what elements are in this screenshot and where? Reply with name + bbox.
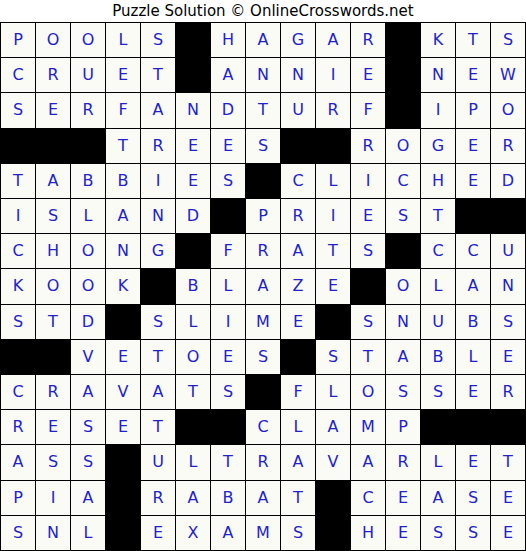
letter-cell-r3c14: P (456, 93, 490, 127)
letter-cell-r15c6: X (176, 516, 210, 550)
letter-cell-r6c12: S (386, 199, 420, 233)
letter-cell-r12c12: P (386, 410, 420, 444)
block-cell-r12c15 (491, 410, 525, 444)
letter-cell-r10c6: O (176, 340, 210, 374)
letter-cell-r12c4: E (106, 410, 140, 444)
letter-cell-r10c13: B (421, 340, 455, 374)
block-cell-r10c2 (36, 340, 70, 374)
letter-cell-r11c13: S (421, 375, 455, 409)
letter-cell-r1c11: R (351, 23, 385, 57)
letter-cell-r14c15: E (491, 481, 525, 515)
letter-cell-r10c11: T (351, 340, 385, 374)
letter-cell-r10c8: S (246, 340, 280, 374)
letter-cell-r7c10: T (316, 234, 350, 268)
letter-cell-r7c8: R (246, 234, 280, 268)
letter-cell-r8c1: K (1, 269, 35, 303)
letter-cell-r15c3: L (71, 516, 105, 550)
letter-cell-r12c8: C (246, 410, 280, 444)
letter-cell-r3c10: R (316, 93, 350, 127)
letter-cell-r14c7: B (211, 481, 245, 515)
block-cell-r1c12 (386, 23, 420, 57)
letter-cell-r8c3: O (71, 269, 105, 303)
letter-cell-r5c10: L (316, 164, 350, 198)
letter-cell-r15c5: E (141, 516, 175, 550)
letter-cell-r3c1: S (1, 93, 35, 127)
letter-cell-r4c4: T (106, 129, 140, 163)
letter-cell-r8c10: E (316, 269, 350, 303)
letter-cell-r12c2: E (36, 410, 70, 444)
letter-cell-r2c11: E (351, 58, 385, 92)
letter-cell-r4c7: E (211, 129, 245, 163)
letter-cell-r15c15: E (491, 516, 525, 550)
letter-cell-r14c11: C (351, 481, 385, 515)
block-cell-r12c7 (211, 410, 245, 444)
letter-cell-r9c12: N (386, 305, 420, 339)
letter-cell-r10c3: V (71, 340, 105, 374)
letter-cell-r2c9: N (281, 58, 315, 92)
block-cell-r11c8 (246, 375, 280, 409)
letter-cell-r5c15: D (491, 164, 525, 198)
letter-cell-r2c10: I (316, 58, 350, 92)
letter-cell-r5c2: A (36, 164, 70, 198)
letter-cell-r15c12: E (386, 516, 420, 550)
letter-cell-r8c4: K (106, 269, 140, 303)
letter-cell-r9c15: S (491, 305, 525, 339)
letter-cell-r10c14: L (456, 340, 490, 374)
letter-cell-r1c10: A (316, 23, 350, 57)
letter-cell-r14c1: P (1, 481, 35, 515)
letter-cell-r1c9: G (281, 23, 315, 57)
letter-cell-r6c11: E (351, 199, 385, 233)
block-cell-r4c10 (316, 129, 350, 163)
letter-cell-r5c9: C (281, 164, 315, 198)
letter-cell-r11c5: A (141, 375, 175, 409)
letter-cell-r6c6: D (176, 199, 210, 233)
letter-cell-r9c6: L (176, 305, 210, 339)
letter-cell-r1c15: S (491, 23, 525, 57)
letter-cell-r2c2: R (36, 58, 70, 92)
letter-cell-r1c3: O (71, 23, 105, 57)
letter-cell-r6c3: L (71, 199, 105, 233)
letter-cell-r8c7: L (211, 269, 245, 303)
letter-cell-r14c9: T (281, 481, 315, 515)
letter-cell-r5c5: I (141, 164, 175, 198)
letter-cell-r5c13: H (421, 164, 455, 198)
letter-cell-r2c14: E (456, 58, 490, 92)
letter-cell-r2c3: U (71, 58, 105, 92)
letter-cell-r11c6: T (176, 375, 210, 409)
block-cell-r1c6 (176, 23, 210, 57)
letter-cell-r5c12: C (386, 164, 420, 198)
letter-cell-r8c9: Z (281, 269, 315, 303)
letter-cell-r1c14: T (456, 23, 490, 57)
letter-cell-r12c10: A (316, 410, 350, 444)
block-cell-r12c14 (456, 410, 490, 444)
letter-cell-r7c13: C (421, 234, 455, 268)
letter-cell-r3c8: T (246, 93, 280, 127)
letter-cell-r5c14: E (456, 164, 490, 198)
letter-cell-r13c10: V (316, 445, 350, 479)
letter-cell-r1c1: P (1, 23, 35, 57)
letter-cell-r5c4: B (106, 164, 140, 198)
letter-cell-r11c2: R (36, 375, 70, 409)
block-cell-r6c14 (456, 199, 490, 233)
letter-cell-r8c6: B (176, 269, 210, 303)
letter-cell-r1c7: H (211, 23, 245, 57)
block-cell-r12c6 (176, 410, 210, 444)
letter-cell-r9c13: U (421, 305, 455, 339)
letter-cell-r2c8: N (246, 58, 280, 92)
letter-cell-r15c9: S (281, 516, 315, 550)
letter-cell-r13c9: A (281, 445, 315, 479)
block-cell-r9c4 (106, 305, 140, 339)
block-cell-r9c10 (316, 305, 350, 339)
letter-cell-r15c7: A (211, 516, 245, 550)
block-cell-r6c7 (211, 199, 245, 233)
letter-cell-r9c3: D (71, 305, 105, 339)
letter-cell-r11c15: R (491, 375, 525, 409)
letter-cell-r14c6: A (176, 481, 210, 515)
block-cell-r4c9 (281, 129, 315, 163)
letter-cell-r5c6: E (176, 164, 210, 198)
letter-cell-r12c11: M (351, 410, 385, 444)
letter-cell-r7c11: S (351, 234, 385, 268)
letter-cell-r4c12: O (386, 129, 420, 163)
letter-cell-r13c5: U (141, 445, 175, 479)
letter-cell-r6c5: N (141, 199, 175, 233)
letter-cell-r13c11: A (351, 445, 385, 479)
letter-cell-r13c3: S (71, 445, 105, 479)
letter-cell-r11c9: F (281, 375, 315, 409)
letter-cell-r7c2: H (36, 234, 70, 268)
letter-cell-r9c11: S (351, 305, 385, 339)
letter-cell-r9c8: M (246, 305, 280, 339)
letter-cell-r6c1: I (1, 199, 35, 233)
block-cell-r8c5 (141, 269, 175, 303)
letter-cell-r1c5: S (141, 23, 175, 57)
letter-cell-r10c15: E (491, 340, 525, 374)
letter-cell-r14c13: A (421, 481, 455, 515)
letter-cell-r13c1: A (1, 445, 35, 479)
letter-cell-r6c2: S (36, 199, 70, 233)
letter-cell-r14c5: R (141, 481, 175, 515)
letter-cell-r6c4: A (106, 199, 140, 233)
letter-cell-r13c15: T (491, 445, 525, 479)
letter-cell-r13c13: L (421, 445, 455, 479)
letter-cell-r10c4: E (106, 340, 140, 374)
letter-cell-r13c12: R (386, 445, 420, 479)
letter-cell-r14c8: A (246, 481, 280, 515)
letter-cell-r3c4: F (106, 93, 140, 127)
letter-cell-r4c11: R (351, 129, 385, 163)
letter-cell-r7c1: C (1, 234, 35, 268)
letter-cell-r8c12: O (386, 269, 420, 303)
block-cell-r13c4 (106, 445, 140, 479)
block-cell-r6c15 (491, 199, 525, 233)
block-cell-r2c6 (176, 58, 210, 92)
letter-cell-r7c7: F (211, 234, 245, 268)
letter-cell-r9c1: S (1, 305, 35, 339)
letter-cell-r11c14: E (456, 375, 490, 409)
block-cell-r3c12 (386, 93, 420, 127)
letter-cell-r4c14: E (456, 129, 490, 163)
letter-cell-r1c8: A (246, 23, 280, 57)
letter-cell-r3c6: N (176, 93, 210, 127)
letter-cell-r2c4: E (106, 58, 140, 92)
letter-cell-r11c7: S (211, 375, 245, 409)
letter-cell-r9c7: I (211, 305, 245, 339)
letter-cell-r3c5: A (141, 93, 175, 127)
letter-cell-r11c12: S (386, 375, 420, 409)
letter-cell-r10c7: E (211, 340, 245, 374)
letter-cell-r7c4: N (106, 234, 140, 268)
letter-cell-r1c2: O (36, 23, 70, 57)
letter-cell-r3c13: I (421, 93, 455, 127)
letter-cell-r5c3: B (71, 164, 105, 198)
letter-cell-r2c1: C (1, 58, 35, 92)
crossword-grid: POOLSHAGARKTSCRUETANNIENEWSERFANDTURFIPO… (0, 22, 526, 551)
letter-cell-r11c1: C (1, 375, 35, 409)
letter-cell-r8c8: A (246, 269, 280, 303)
block-cell-r14c4 (106, 481, 140, 515)
letter-cell-r7c14: C (456, 234, 490, 268)
letter-cell-r1c13: K (421, 23, 455, 57)
letter-cell-r15c13: S (421, 516, 455, 550)
block-cell-r15c10 (316, 516, 350, 550)
letter-cell-r6c13: T (421, 199, 455, 233)
letter-cell-r15c1: S (1, 516, 35, 550)
block-cell-r7c6 (176, 234, 210, 268)
letter-cell-r10c10: S (316, 340, 350, 374)
letter-cell-r13c2: S (36, 445, 70, 479)
letter-cell-r14c14: S (456, 481, 490, 515)
block-cell-r4c1 (1, 129, 35, 163)
letter-cell-r9c9: E (281, 305, 315, 339)
crossword-page: Puzzle Solution © OnlineCrosswords.net P… (0, 0, 526, 551)
block-cell-r7c12 (386, 234, 420, 268)
letter-cell-r3c9: U (281, 93, 315, 127)
block-cell-r5c8 (246, 164, 280, 198)
letter-cell-r1c4: L (106, 23, 140, 57)
letter-cell-r8c14: A (456, 269, 490, 303)
block-cell-r2c12 (386, 58, 420, 92)
letter-cell-r7c5: G (141, 234, 175, 268)
letter-cell-r6c9: R (281, 199, 315, 233)
letter-cell-r11c3: A (71, 375, 105, 409)
block-cell-r10c1 (1, 340, 35, 374)
letter-cell-r12c5: T (141, 410, 175, 444)
block-cell-r14c10 (316, 481, 350, 515)
letter-cell-r9c2: T (36, 305, 70, 339)
letter-cell-r6c8: P (246, 199, 280, 233)
letter-cell-r4c15: R (491, 129, 525, 163)
letter-cell-r13c14: E (456, 445, 490, 479)
letter-cell-r7c15: U (491, 234, 525, 268)
letter-cell-r5c1: T (1, 164, 35, 198)
letter-cell-r14c3: A (71, 481, 105, 515)
letter-cell-r15c11: H (351, 516, 385, 550)
letter-cell-r11c4: V (106, 375, 140, 409)
letter-cell-r3c2: E (36, 93, 70, 127)
letter-cell-r4c13: G (421, 129, 455, 163)
letter-cell-r13c6: L (176, 445, 210, 479)
letter-cell-r6c10: I (316, 199, 350, 233)
letter-cell-r3c15: O (491, 93, 525, 127)
page-title: Puzzle Solution © OnlineCrosswords.net (0, 0, 526, 22)
letter-cell-r8c2: O (36, 269, 70, 303)
letter-cell-r11c10: L (316, 375, 350, 409)
letter-cell-r10c12: A (386, 340, 420, 374)
letter-cell-r14c2: I (36, 481, 70, 515)
block-cell-r12c13 (421, 410, 455, 444)
letter-cell-r13c8: R (246, 445, 280, 479)
letter-cell-r10c5: T (141, 340, 175, 374)
letter-cell-r2c13: N (421, 58, 455, 92)
letter-cell-r12c3: S (71, 410, 105, 444)
letter-cell-r5c7: S (211, 164, 245, 198)
letter-cell-r11c11: O (351, 375, 385, 409)
letter-cell-r12c9: L (281, 410, 315, 444)
letter-cell-r15c2: N (36, 516, 70, 550)
letter-cell-r3c3: R (71, 93, 105, 127)
letter-cell-r4c8: S (246, 129, 280, 163)
letter-cell-r3c7: D (211, 93, 245, 127)
letter-cell-r5c11: I (351, 164, 385, 198)
letter-cell-r14c12: E (386, 481, 420, 515)
letter-cell-r13c7: T (211, 445, 245, 479)
letter-cell-r4c6: E (176, 129, 210, 163)
letter-cell-r7c9: A (281, 234, 315, 268)
block-cell-r15c4 (106, 516, 140, 550)
letter-cell-r3c11: F (351, 93, 385, 127)
letter-cell-r2c15: W (491, 58, 525, 92)
letter-cell-r12c1: R (1, 410, 35, 444)
block-cell-r8c11 (351, 269, 385, 303)
letter-cell-r8c13: L (421, 269, 455, 303)
letter-cell-r4c5: R (141, 129, 175, 163)
letter-cell-r9c5: S (141, 305, 175, 339)
letter-cell-r2c5: T (141, 58, 175, 92)
letter-cell-r2c7: A (211, 58, 245, 92)
letter-cell-r15c8: M (246, 516, 280, 550)
block-cell-r4c2 (36, 129, 70, 163)
letter-cell-r9c14: B (456, 305, 490, 339)
letter-cell-r7c3: O (71, 234, 105, 268)
block-cell-r10c9 (281, 340, 315, 374)
letter-cell-r8c15: N (491, 269, 525, 303)
block-cell-r4c3 (71, 129, 105, 163)
letter-cell-r15c14: S (456, 516, 490, 550)
